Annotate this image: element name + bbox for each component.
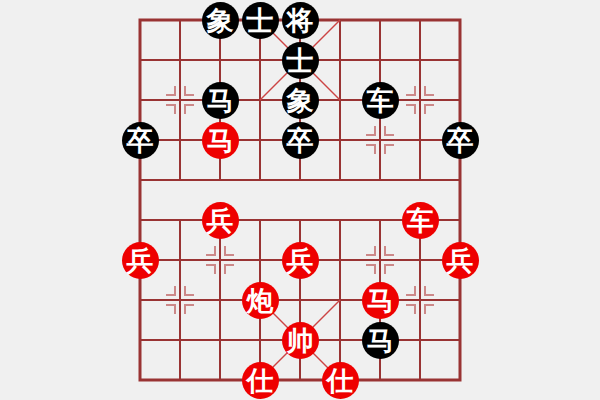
piece-black-general[interactable]: 将 [282,2,319,39]
piece-black-horse[interactable]: 马 [362,322,399,359]
piece-black-elephant[interactable]: 象 [282,82,319,119]
piece-black-chariot[interactable]: 车 [362,82,399,119]
piece-red-horse[interactable]: 马 [362,282,399,319]
piece-black-advisor[interactable]: 士 [242,2,279,39]
piece-red-general[interactable]: 帅 [282,322,319,359]
piece-black-horse[interactable]: 马 [202,82,239,119]
piece-red-soldier[interactable]: 兵 [442,242,479,279]
piece-black-advisor[interactable]: 士 [282,42,319,79]
pieces-grid: 象士将士马象车卒马卒卒兵车兵兵兵炮马帅马仕仕 [120,0,480,400]
piece-black-soldier[interactable]: 卒 [122,122,159,159]
xiangqi-board: 象士将士马象车卒马卒卒兵车兵兵兵炮马帅马仕仕 [0,0,600,400]
piece-red-cannon[interactable]: 炮 [242,282,279,319]
piece-black-soldier[interactable]: 卒 [282,122,319,159]
piece-red-advisor[interactable]: 仕 [242,362,279,399]
piece-red-advisor[interactable]: 仕 [322,362,359,399]
piece-black-soldier[interactable]: 卒 [442,122,479,159]
piece-red-soldier[interactable]: 兵 [282,242,319,279]
piece-red-chariot[interactable]: 车 [402,202,439,239]
piece-red-soldier[interactable]: 兵 [122,242,159,279]
piece-black-elephant[interactable]: 象 [202,2,239,39]
piece-red-horse[interactable]: 马 [202,122,239,159]
piece-red-soldier[interactable]: 兵 [202,202,239,239]
